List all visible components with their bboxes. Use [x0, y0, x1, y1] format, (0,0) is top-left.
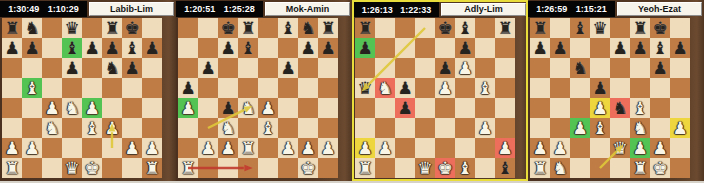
piece-white-pawn: ♟ [355, 138, 375, 158]
square-e2[interactable] [258, 138, 278, 158]
square-b7[interactable]: ♟ [22, 38, 42, 58]
square-a3[interactable] [2, 118, 22, 138]
square-b3[interactable] [375, 118, 395, 138]
square-e2[interactable] [435, 138, 455, 158]
square-b1[interactable]: ♞ [550, 158, 570, 178]
square-g6[interactable]: ♟ [650, 58, 670, 78]
square-a5[interactable]: ♟ [178, 78, 198, 98]
square-f4[interactable]: ♝ [630, 98, 650, 118]
square-e4[interactable]: ♞ [610, 98, 630, 118]
piece-white-pawn: ♟ [495, 138, 515, 158]
piece-white-rook: ♜ [142, 158, 162, 178]
square-c1[interactable] [218, 158, 238, 178]
square-c6[interactable]: ♞ [570, 58, 590, 78]
square-c8[interactable] [395, 18, 415, 38]
square-a1[interactable]: ♜ [530, 158, 550, 178]
square-e6[interactable] [82, 58, 102, 78]
square-a1[interactable]: ♜ [2, 158, 22, 178]
square-d6[interactable] [415, 58, 435, 78]
square-d7[interactable]: ♝ [62, 38, 82, 58]
square-a5[interactable]: ♛ [355, 78, 375, 98]
square-f3[interactable]: ♟ [102, 118, 122, 138]
square-h3[interactable] [318, 118, 338, 138]
piece-black-bishop: ♝ [570, 18, 590, 38]
square-f4[interactable] [102, 98, 122, 118]
square-f5[interactable] [278, 78, 298, 98]
square-a4[interactable] [530, 98, 550, 118]
square-f1[interactable] [278, 158, 298, 178]
square-c3[interactable]: ♟ [570, 118, 590, 138]
square-g5[interactable] [122, 78, 142, 98]
square-h4[interactable] [142, 98, 162, 118]
square-h4[interactable] [318, 98, 338, 118]
square-h6[interactable] [142, 58, 162, 78]
square-e6[interactable]: ♟ [435, 58, 455, 78]
board-tile-labib-lim: 1:30:49 1:10:29 Labib-Lim ♜♞♛♜♚♟♟♝♟♟♝♟♟♞… [0, 0, 176, 181]
square-c1[interactable] [570, 158, 590, 178]
square-g1[interactable] [475, 158, 495, 178]
piece-black-bishop: ♝ [278, 18, 298, 38]
square-c6[interactable] [42, 58, 62, 78]
piece-black-pawn: ♟ [82, 38, 102, 58]
piece-black-pawn: ♟ [122, 58, 142, 78]
square-a6[interactable] [355, 58, 375, 78]
square-e3[interactable]: ♝ [82, 118, 102, 138]
square-e5[interactable] [258, 78, 278, 98]
square-e1[interactable]: ♚ [435, 158, 455, 178]
square-d7[interactable] [415, 38, 435, 58]
square-g7[interactable]: ♝ [122, 38, 142, 58]
square-d6[interactable] [590, 58, 610, 78]
square-b7[interactable] [198, 38, 218, 58]
square-f3[interactable] [278, 118, 298, 138]
square-e1[interactable] [610, 158, 630, 178]
square-c1[interactable] [395, 158, 415, 178]
square-e3[interactable]: ♝ [258, 118, 278, 138]
square-d5[interactable]: ♟ [590, 78, 610, 98]
square-f1[interactable]: ♝ [455, 158, 475, 178]
square-c1[interactable] [42, 158, 62, 178]
square-g1[interactable]: ♚ [298, 158, 318, 178]
square-b5[interactable] [198, 78, 218, 98]
game-title-button[interactable]: Yeoh-Ezat [617, 2, 702, 16]
piece-black-bishop: ♝ [495, 158, 515, 178]
square-d4[interactable] [415, 98, 435, 118]
square-a2[interactable]: ♟ [355, 138, 375, 158]
square-h4[interactable] [495, 98, 515, 118]
square-d7[interactable] [590, 38, 610, 58]
square-g2[interactable] [475, 138, 495, 158]
square-c7[interactable] [395, 38, 415, 58]
piece-black-pawn: ♟ [102, 38, 122, 58]
square-c2[interactable]: ♟ [218, 138, 238, 158]
square-e2[interactable]: ♛ [610, 138, 630, 158]
piece-white-pawn: ♟ [178, 98, 198, 118]
square-a3[interactable] [178, 118, 198, 138]
square-f3[interactable]: ♞ [630, 118, 650, 138]
square-b3[interactable] [198, 118, 218, 138]
square-d1[interactable] [590, 158, 610, 178]
square-d8[interactable]: ♜ [238, 18, 258, 38]
square-d1[interactable]: ♛ [415, 158, 435, 178]
square-h5[interactable] [142, 78, 162, 98]
square-g7[interactable]: ♟ [298, 38, 318, 58]
square-d3[interactable] [415, 118, 435, 138]
piece-white-pawn: ♟ [650, 138, 670, 158]
square-g1[interactable] [122, 158, 142, 178]
square-e5[interactable] [610, 78, 630, 98]
square-c7[interactable] [570, 38, 590, 58]
square-a6[interactable] [178, 58, 198, 78]
square-h8[interactable] [142, 18, 162, 38]
square-h7[interactable]: ♟ [670, 38, 690, 58]
square-b7[interactable] [375, 38, 395, 58]
square-h1[interactable] [318, 158, 338, 178]
square-a5[interactable] [2, 78, 22, 98]
square-e6[interactable] [610, 58, 630, 78]
piece-white-pawn: ♟ [550, 138, 570, 158]
square-b2[interactable]: ♟ [22, 138, 42, 158]
square-a8[interactable]: ♜ [355, 18, 375, 38]
square-e7[interactable]: ♟ [610, 38, 630, 58]
square-g3[interactable] [650, 118, 670, 138]
square-g5[interactable] [298, 78, 318, 98]
square-e1[interactable] [258, 158, 278, 178]
square-g8[interactable]: ♞ [298, 18, 318, 38]
square-e4[interactable]: ♟ [258, 98, 278, 118]
square-b6[interactable] [22, 58, 42, 78]
square-g1[interactable]: ♚ [650, 158, 670, 178]
square-d1[interactable]: ♛ [62, 158, 82, 178]
square-e4[interactable] [435, 98, 455, 118]
square-d2[interactable]: ♜ [238, 138, 258, 158]
square-a7[interactable]: ♟ [355, 38, 375, 58]
square-a7[interactable]: ♟ [2, 38, 22, 58]
square-h7[interactable] [495, 38, 515, 58]
square-h8[interactable]: ♜ [495, 18, 515, 38]
square-b8[interactable]: ♞ [22, 18, 42, 38]
square-h7[interactable]: ♟ [318, 38, 338, 58]
piece-black-pawn: ♟ [318, 38, 338, 58]
piece-white-bishop: ♝ [258, 118, 278, 138]
square-e3[interactable] [435, 118, 455, 138]
square-c7[interactable] [42, 38, 62, 58]
board-frame: ♜♝♛♜♚♟♟♟♟♝♟♞♟♟♟♞♝♟♝♞♟♟♟♛♟♟♜♞♜♚ [530, 18, 690, 178]
square-a1[interactable]: ♜ [355, 158, 375, 178]
square-a3[interactable] [530, 118, 550, 138]
square-f7[interactable] [278, 38, 298, 58]
square-b2[interactable]: ♟ [198, 138, 218, 158]
piece-white-rook: ♜ [178, 158, 198, 178]
square-h2[interactable]: ♟ [495, 138, 515, 158]
square-g4[interactable] [475, 98, 495, 118]
square-d8[interactable]: ♛ [590, 18, 610, 38]
square-d3[interactable] [62, 118, 82, 138]
clocks: 1:26:59 1:15:21 [528, 1, 615, 17]
square-f8[interactable]: ♝ [455, 18, 475, 38]
square-f7[interactable]: ♟ [455, 38, 475, 58]
square-e4[interactable]: ♟ [82, 98, 102, 118]
square-h6[interactable] [495, 58, 515, 78]
square-a7[interactable] [178, 38, 198, 58]
square-g3[interactable]: ♟ [475, 118, 495, 138]
square-g5[interactable]: ♝ [475, 78, 495, 98]
square-a8[interactable] [178, 18, 198, 38]
square-a4[interactable]: ♟ [178, 98, 198, 118]
square-e7[interactable]: ♟ [82, 38, 102, 58]
square-d5[interactable] [415, 78, 435, 98]
square-h5[interactable] [318, 78, 338, 98]
square-e5[interactable] [82, 78, 102, 98]
square-d8[interactable] [415, 18, 435, 38]
square-h2[interactable]: ♟ [318, 138, 338, 158]
square-b3[interactable] [550, 118, 570, 138]
square-d6[interactable]: ♟ [62, 58, 82, 78]
square-f2[interactable]: ♟ [630, 138, 650, 158]
square-b7[interactable]: ♟ [550, 38, 570, 58]
square-a4[interactable] [355, 98, 375, 118]
square-d4[interactable]: ♞ [62, 98, 82, 118]
square-h4[interactable] [670, 98, 690, 118]
piece-black-pawn: ♟ [395, 78, 415, 98]
square-g6[interactable] [298, 58, 318, 78]
square-f1[interactable] [102, 158, 122, 178]
square-h2[interactable] [670, 138, 690, 158]
square-h2[interactable]: ♟ [142, 138, 162, 158]
square-c2[interactable] [395, 138, 415, 158]
piece-black-rook: ♜ [495, 18, 515, 38]
piece-white-pawn: ♟ [122, 138, 142, 158]
piece-black-pawn: ♟ [530, 38, 550, 58]
square-h3[interactable] [495, 118, 515, 138]
piece-black-rook: ♜ [102, 18, 122, 38]
square-a8[interactable]: ♜ [2, 18, 22, 38]
square-g8[interactable]: ♚ [122, 18, 142, 38]
square-f5[interactable] [102, 78, 122, 98]
square-b5[interactable]: ♞ [375, 78, 395, 98]
square-d2[interactable] [415, 138, 435, 158]
square-h6[interactable] [670, 58, 690, 78]
square-h5[interactable] [670, 78, 690, 98]
square-f4[interactable] [278, 98, 298, 118]
square-b8[interactable] [550, 18, 570, 38]
square-b1[interactable] [22, 158, 42, 178]
square-b6[interactable]: ♟ [198, 58, 218, 78]
square-c5[interactable]: ♟ [395, 78, 415, 98]
square-c4[interactable]: ♟ [42, 98, 62, 118]
square-c7[interactable]: ♟ [218, 38, 238, 58]
square-c8[interactable] [42, 18, 62, 38]
piece-white-pawn: ♟ [475, 118, 495, 138]
game-title-button[interactable]: Labib-Lim [89, 2, 174, 16]
square-c3[interactable]: ♞ [218, 118, 238, 138]
square-e8[interactable]: ♚ [435, 18, 455, 38]
square-f2[interactable]: ♟ [278, 138, 298, 158]
square-f2[interactable] [102, 138, 122, 158]
square-c3[interactable]: ♞ [42, 118, 62, 138]
piece-white-bishop: ♝ [82, 118, 102, 138]
piece-black-pawn: ♟ [22, 38, 42, 58]
square-f6[interactable] [630, 58, 650, 78]
square-b3[interactable] [22, 118, 42, 138]
square-c5[interactable] [570, 78, 590, 98]
square-d1[interactable] [238, 158, 258, 178]
square-c5[interactable] [218, 78, 238, 98]
square-a8[interactable]: ♜ [530, 18, 550, 38]
square-c4[interactable]: ♟ [218, 98, 238, 118]
square-e6[interactable] [258, 58, 278, 78]
square-b4[interactable] [198, 98, 218, 118]
square-c6[interactable] [395, 58, 415, 78]
square-f1[interactable]: ♜ [630, 158, 650, 178]
square-b1[interactable] [198, 158, 218, 178]
square-e8[interactable] [258, 18, 278, 38]
square-d3[interactable] [238, 118, 258, 138]
square-g6[interactable] [475, 58, 495, 78]
piece-black-king: ♚ [435, 18, 455, 38]
square-g4[interactable] [298, 98, 318, 118]
square-a7[interactable]: ♟ [530, 38, 550, 58]
square-g6[interactable]: ♟ [122, 58, 142, 78]
square-b4[interactable] [22, 98, 42, 118]
square-a2[interactable]: ♟ [2, 138, 22, 158]
square-d3[interactable]: ♝ [590, 118, 610, 138]
square-b8[interactable] [375, 18, 395, 38]
square-a6[interactable] [530, 58, 550, 78]
square-c4[interactable]: ♟ [395, 98, 415, 118]
square-f5[interactable] [455, 78, 475, 98]
square-d4[interactable]: ♟ [590, 98, 610, 118]
white-clock: 1:20:51 [184, 4, 215, 14]
square-h8[interactable]: ♜ [318, 18, 338, 38]
square-d6[interactable] [238, 58, 258, 78]
square-d8[interactable]: ♛ [62, 18, 82, 38]
square-g4[interactable] [122, 98, 142, 118]
square-g8[interactable] [475, 18, 495, 38]
game-title-button[interactable]: Adly-Lim [441, 3, 526, 16]
square-b2[interactable]: ♟ [550, 138, 570, 158]
square-e1[interactable]: ♚ [82, 158, 102, 178]
square-h5[interactable] [495, 78, 515, 98]
square-c4[interactable] [570, 98, 590, 118]
square-f7[interactable]: ♟ [102, 38, 122, 58]
square-g2[interactable]: ♟ [650, 138, 670, 158]
board-tile-mok-amin: 1:20:51 1:25:28 Mok-Amin ♚♜♝♞♜♟♝♟♟♟♟♟♟♟♞… [176, 0, 352, 181]
square-h1[interactable]: ♜ [142, 158, 162, 178]
square-g3[interactable] [298, 118, 318, 138]
square-a1[interactable]: ♜ [178, 158, 198, 178]
square-f6[interactable]: ♟ [278, 58, 298, 78]
square-d2[interactable] [590, 138, 610, 158]
square-b1[interactable] [375, 158, 395, 178]
square-g7[interactable] [475, 38, 495, 58]
square-a2[interactable]: ♟ [530, 138, 550, 158]
square-h1[interactable]: ♝ [495, 158, 515, 178]
square-d5[interactable] [62, 78, 82, 98]
piece-black-knight: ♞ [22, 18, 42, 38]
square-d4[interactable]: ♞ [238, 98, 258, 118]
square-f3[interactable] [455, 118, 475, 138]
square-e2[interactable] [82, 138, 102, 158]
square-d7[interactable]: ♝ [238, 38, 258, 58]
piece-white-bishop: ♝ [475, 78, 495, 98]
piece-white-queen: ♛ [62, 158, 82, 178]
square-g5[interactable] [650, 78, 670, 98]
square-c2[interactable] [42, 138, 62, 158]
piece-black-knight: ♞ [102, 58, 122, 78]
square-f8[interactable]: ♜ [630, 18, 650, 38]
square-c5[interactable] [42, 78, 62, 98]
square-a6[interactable] [2, 58, 22, 78]
square-d2[interactable] [62, 138, 82, 158]
square-d5[interactable] [238, 78, 258, 98]
piece-black-king: ♚ [122, 18, 142, 38]
square-f5[interactable] [630, 78, 650, 98]
square-f8[interactable]: ♝ [278, 18, 298, 38]
square-c3[interactable] [395, 118, 415, 138]
square-e8[interactable] [82, 18, 102, 38]
clock-bar: 1:26:59 1:15:21 Yeoh-Ezat [528, 0, 704, 17]
square-f8[interactable]: ♜ [102, 18, 122, 38]
square-e7[interactable] [258, 38, 278, 58]
square-g4[interactable] [650, 98, 670, 118]
square-c8[interactable]: ♚ [218, 18, 238, 38]
square-g8[interactable]: ♚ [650, 18, 670, 38]
square-c8[interactable]: ♝ [570, 18, 590, 38]
square-f6[interactable]: ♟ [455, 58, 475, 78]
piece-black-pawn: ♟ [218, 38, 238, 58]
piece-black-pawn: ♟ [355, 38, 375, 58]
square-b2[interactable]: ♟ [375, 138, 395, 158]
square-a4[interactable] [2, 98, 22, 118]
square-b6[interactable] [550, 58, 570, 78]
square-g7[interactable]: ♝ [650, 38, 670, 58]
square-a5[interactable] [530, 78, 550, 98]
square-f7[interactable]: ♟ [630, 38, 650, 58]
square-f6[interactable]: ♞ [102, 58, 122, 78]
square-b5[interactable]: ♝ [22, 78, 42, 98]
square-e8[interactable] [610, 18, 630, 38]
square-b5[interactable] [550, 78, 570, 98]
square-b4[interactable] [375, 98, 395, 118]
chess-board: ♜♚♝♜♟♟♟♟♛♞♟♟♝♟♟♟♟♟♜♛♚♝♝ [355, 18, 515, 178]
square-b4[interactable] [550, 98, 570, 118]
square-h7[interactable]: ♟ [142, 38, 162, 58]
square-h3[interactable]: ♟ [670, 118, 690, 138]
square-h8[interactable] [670, 18, 690, 38]
square-e3[interactable] [610, 118, 630, 138]
square-a2[interactable] [178, 138, 198, 158]
square-b8[interactable] [198, 18, 218, 38]
square-c6[interactable] [218, 58, 238, 78]
square-e5[interactable]: ♟ [435, 78, 455, 98]
square-g2[interactable]: ♟ [298, 138, 318, 158]
square-h1[interactable] [670, 158, 690, 178]
game-title-button[interactable]: Mok-Amin [265, 2, 350, 16]
square-h6[interactable] [318, 58, 338, 78]
square-e7[interactable] [435, 38, 455, 58]
square-g2[interactable]: ♟ [122, 138, 142, 158]
square-g3[interactable] [122, 118, 142, 138]
piece-white-pawn: ♟ [198, 138, 218, 158]
square-f4[interactable] [455, 98, 475, 118]
square-c2[interactable] [570, 138, 590, 158]
square-f2[interactable] [455, 138, 475, 158]
square-h3[interactable] [142, 118, 162, 138]
piece-white-rook: ♜ [2, 158, 22, 178]
square-a3[interactable] [355, 118, 375, 138]
square-b6[interactable] [375, 58, 395, 78]
